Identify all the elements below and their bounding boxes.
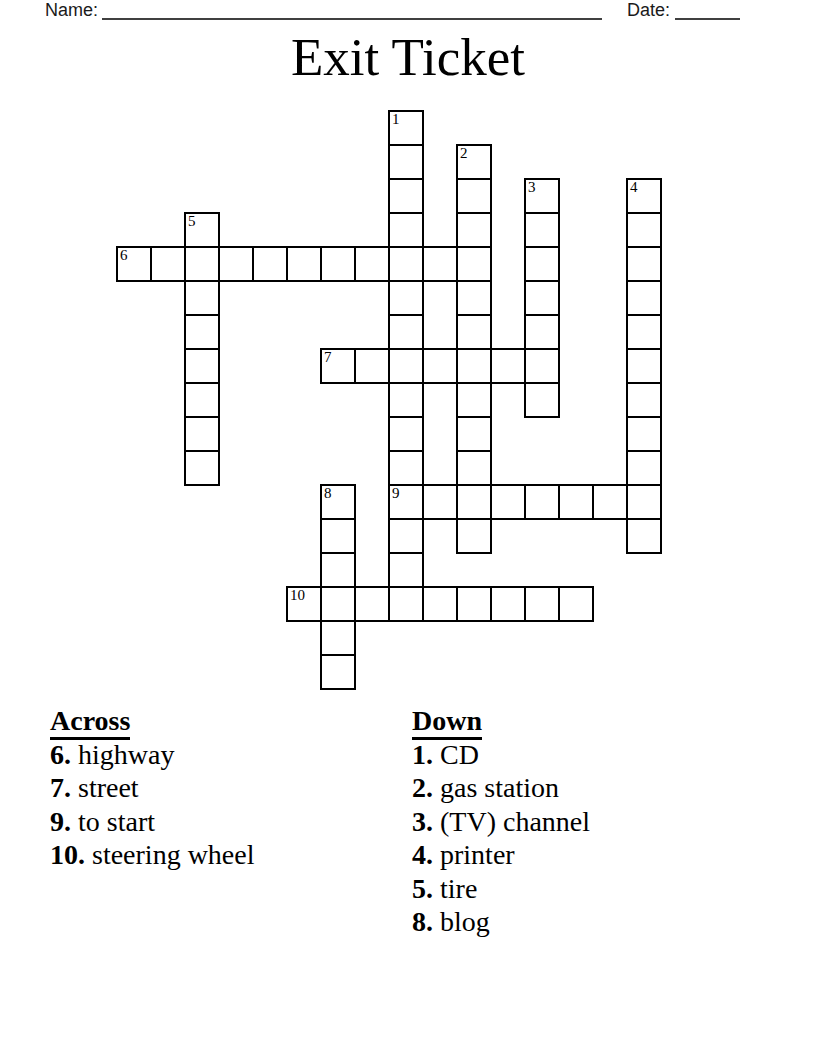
grid-cell-r8c10[interactable] [456,382,492,418]
grid-cell-r7c15[interactable] [626,348,662,384]
grid-cell-r10c15[interactable] [626,450,662,486]
down-clue-4: 4. printer [412,838,590,872]
grid-cell-r7c10[interactable] [456,348,492,384]
grid-cell-r14c5[interactable]: 10 [286,586,322,622]
grid-cell-r4c1[interactable] [150,246,186,282]
grid-cell-r9c15[interactable] [626,416,662,452]
down-clue-number: 4. [412,839,433,870]
date-blank-line[interactable] [675,0,740,20]
across-clue-text: to start [71,806,155,837]
down-clue-number: 2. [412,772,433,803]
down-clue-text: printer [433,839,515,870]
grid-cell-r4c8[interactable] [388,246,424,282]
across-clue-number: 10. [50,839,85,870]
clue-number: 7 [324,349,332,365]
grid-cell-r11c12[interactable] [524,484,560,520]
grid-cell-r7c8[interactable] [388,348,424,384]
grid-cell-r7c12[interactable] [524,348,560,384]
across-clue-6: 6. highway [50,738,255,772]
page-title: Exit Ticket [0,31,816,84]
across-clue-list: 6. highway7. street9. to start10. steeri… [50,738,255,872]
grid-cell-r4c3[interactable] [218,246,254,282]
grid-cell-r2c10[interactable] [456,178,492,214]
across-clue-number: 9. [50,806,71,837]
clue-number: 9 [392,485,400,501]
name-label: Name: [45,0,98,20]
grid-cell-r2c12[interactable]: 3 [524,178,560,214]
grid-cell-r11c8[interactable]: 9 [388,484,424,520]
grid-cell-r8c12[interactable] [524,382,560,418]
down-clue-1: 1. CD [412,738,590,772]
across-clues-section: Across 6. highway7. street9. to start10.… [50,704,255,872]
grid-cell-r7c7[interactable] [354,348,390,384]
grid-cell-r2c8[interactable] [388,178,424,214]
grid-cell-r3c15[interactable] [626,212,662,248]
grid-cell-r14c7[interactable] [354,586,390,622]
grid-cell-r8c15[interactable] [626,382,662,418]
grid-cell-r10c10[interactable] [456,450,492,486]
down-clue-3: 3. (TV) channel [412,805,590,839]
grid-cell-r14c13[interactable] [558,586,594,622]
grid-cell-r6c12[interactable] [524,314,560,350]
grid-cell-r14c10[interactable] [456,586,492,622]
down-clue-number: 1. [412,739,433,770]
grid-cell-r11c11[interactable] [490,484,526,520]
down-clue-8: 8. blog [412,905,590,939]
grid-cell-r7c6[interactable]: 7 [320,348,356,384]
grid-cell-r2c15[interactable]: 4 [626,178,662,214]
crossword-grid: 12345678910 [116,110,662,690]
across-clue-number: 7. [50,772,71,803]
down-clue-text: (TV) channel [433,806,590,837]
grid-cell-r5c12[interactable] [524,280,560,316]
grid-cell-r12c8[interactable] [388,518,424,554]
grid-cell-r9c2[interactable] [184,416,220,452]
across-clue-9: 9. to start [50,805,255,839]
grid-cell-r14c6[interactable] [320,586,356,622]
grid-cell-r7c9[interactable] [422,348,458,384]
grid-cell-r5c2[interactable] [184,280,220,316]
clue-number: 10 [290,587,305,603]
grid-cell-r14c12[interactable] [524,586,560,622]
down-clue-number: 8. [412,906,433,937]
down-clue-number: 5. [412,873,433,904]
down-clue-text: tire [433,873,477,904]
grid-cell-r3c2[interactable]: 5 [184,212,220,248]
grid-cell-r6c8[interactable] [388,314,424,350]
across-clue-10: 10. steering wheel [50,838,255,872]
grid-cell-r4c4[interactable] [252,246,288,282]
across-clue-7: 7. street [50,771,255,805]
grid-cell-r11c10[interactable] [456,484,492,520]
grid-cell-r5c8[interactable] [388,280,424,316]
across-clue-text: street [71,772,139,803]
grid-cell-r14c11[interactable] [490,586,526,622]
grid-cell-r15c6[interactable] [320,620,356,656]
grid-cell-r4c12[interactable] [524,246,560,282]
grid-cell-r14c8[interactable] [388,586,424,622]
clue-number: 3 [528,179,536,195]
down-clue-list: 1. CD2. gas station3. (TV) channel4. pri… [412,738,590,939]
name-blank-line[interactable] [102,0,602,20]
grid-cell-r8c2[interactable] [184,382,220,418]
grid-cell-r9c10[interactable] [456,416,492,452]
grid-cell-r5c15[interactable] [626,280,662,316]
grid-cell-r9c8[interactable] [388,416,424,452]
grid-cell-r12c10[interactable] [456,518,492,554]
grid-cell-r4c6[interactable] [320,246,356,282]
down-clue-text: gas station [433,772,559,803]
down-clue-5: 5. tire [412,872,590,906]
grid-cell-r5c10[interactable] [456,280,492,316]
grid-cell-r7c11[interactable] [490,348,526,384]
down-header: Down [412,704,590,738]
grid-cell-r3c10[interactable] [456,212,492,248]
grid-cell-r4c0[interactable]: 6 [116,246,152,282]
grid-cell-r12c15[interactable] [626,518,662,554]
across-clue-text: highway [71,739,174,770]
date-label: Date: [627,0,670,20]
clue-number: 4 [630,179,638,195]
clue-number: 6 [120,247,128,263]
across-header: Across [50,704,255,738]
down-clues-section: Down 1. CD2. gas station3. (TV) channel4… [412,704,590,939]
grid-cell-r4c10[interactable] [456,246,492,282]
grid-cell-r10c8[interactable] [388,450,424,486]
grid-cell-r1c8[interactable] [388,144,424,180]
grid-cell-r4c2[interactable] [184,246,220,282]
down-clue-number: 3. [412,806,433,837]
grid-cell-r4c15[interactable] [626,246,662,282]
clue-number: 8 [324,485,332,501]
clue-number: 1 [392,111,400,127]
grid-cell-r3c8[interactable] [388,212,424,248]
grid-cell-r11c15[interactable] [626,484,662,520]
grid-cell-r11c14[interactable] [592,484,628,520]
grid-cell-r6c15[interactable] [626,314,662,350]
grid-cell-r0c8[interactable]: 1 [388,110,424,146]
grid-cell-r4c5[interactable] [286,246,322,282]
clue-number: 5 [188,213,196,229]
grid-cell-r16c6[interactable] [320,654,356,690]
grid-cell-r8c8[interactable] [388,382,424,418]
grid-cell-r11c13[interactable] [558,484,594,520]
grid-cell-r14c9[interactable] [422,586,458,622]
grid-cell-r10c2[interactable] [184,450,220,486]
down-clue-text: blog [433,906,490,937]
grid-cell-r13c8[interactable] [388,552,424,588]
across-clue-number: 6. [50,739,71,770]
across-clue-text: steering wheel [85,839,255,870]
grid-cell-r1c10[interactable]: 2 [456,144,492,180]
grid-cell-r12c6[interactable] [320,518,356,554]
grid-cell-r11c9[interactable] [422,484,458,520]
grid-cell-r3c12[interactable] [524,212,560,248]
grid-cell-r13c6[interactable] [320,552,356,588]
clue-number: 2 [460,145,468,161]
down-clue-text: CD [433,739,479,770]
grid-cell-r4c7[interactable] [354,246,390,282]
grid-cell-r6c10[interactable] [456,314,492,350]
down-clue-2: 2. gas station [412,771,590,805]
grid-cell-r4c9[interactable] [422,246,458,282]
grid-cell-r6c2[interactable] [184,314,220,350]
grid-cell-r11c6[interactable]: 8 [320,484,356,520]
grid-cell-r7c2[interactable] [184,348,220,384]
